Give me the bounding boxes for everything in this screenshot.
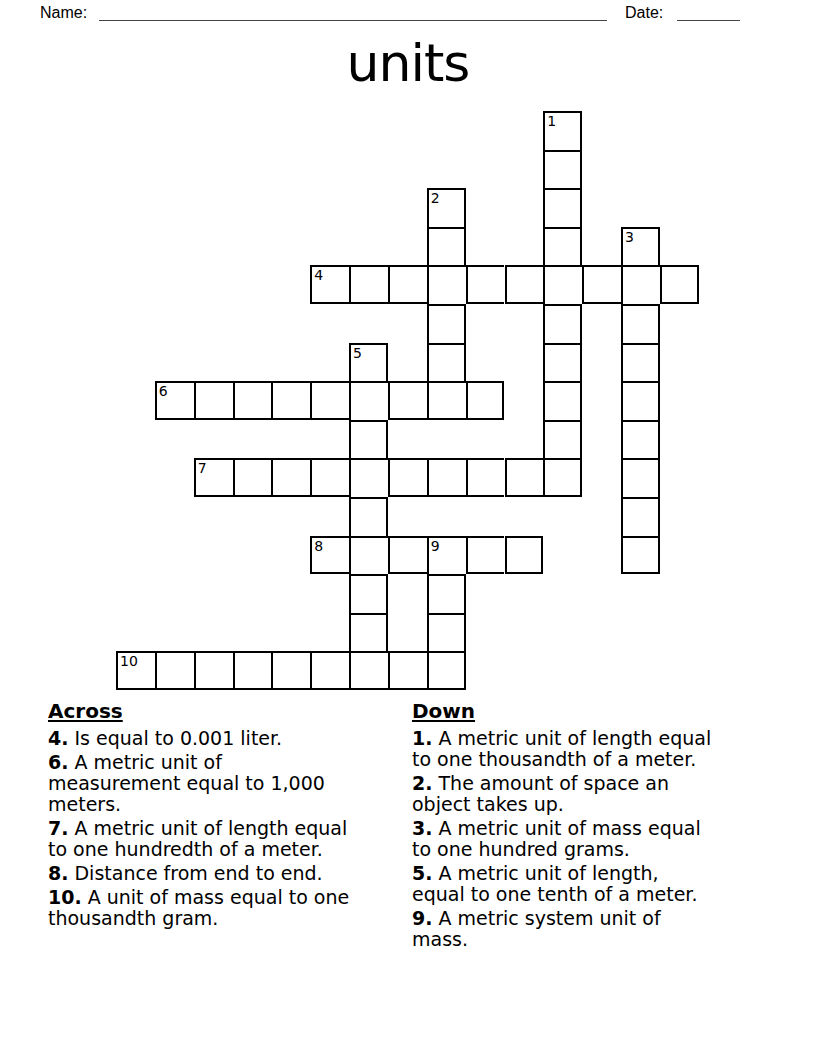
grid-cell[interactable]	[310, 381, 349, 420]
grid-cell[interactable]: 10	[116, 651, 155, 690]
clue-text-line: 10. A unit of mass equal to one	[48, 887, 393, 908]
grid-cell[interactable]	[621, 420, 660, 459]
grid-cell[interactable]	[310, 458, 349, 497]
down-clues-section: Down 1. A metric unit of length equalto …	[412, 700, 757, 953]
clue-text-line: 8. Distance from end to end.	[48, 863, 393, 884]
grid-cell[interactable]	[582, 265, 621, 304]
grid-cell[interactable]	[349, 574, 388, 613]
grid-cell[interactable]	[388, 651, 427, 690]
grid-cell[interactable]	[388, 458, 427, 497]
clue-text-line: 7. A metric unit of length equal	[48, 818, 393, 839]
down-clue-3: 3. A metric unit of mass equalto one hun…	[412, 818, 757, 860]
puzzle-title: units	[0, 33, 816, 93]
grid-cell[interactable]	[194, 381, 233, 420]
clue-text-line: mass.	[412, 929, 757, 950]
grid-cell[interactable]	[349, 536, 388, 575]
grid-cell[interactable]	[427, 613, 466, 652]
grid-cell[interactable]	[427, 651, 466, 690]
grid-cell[interactable]	[194, 651, 233, 690]
down-heading: Down	[412, 700, 475, 722]
down-clue-2: 2. The amount of space anobject takes up…	[412, 773, 757, 815]
grid-cell[interactable]	[543, 227, 582, 266]
grid-cell[interactable]	[233, 651, 272, 690]
grid-cell[interactable]	[621, 343, 660, 382]
grid-cell[interactable]	[427, 458, 466, 497]
clue-number-label: 10.	[48, 886, 82, 908]
grid-cell[interactable]: 1	[543, 111, 582, 150]
clue-text-line: thousandth gram.	[48, 908, 393, 929]
grid-cell[interactable]	[349, 265, 388, 304]
grid-cell[interactable]	[543, 420, 582, 459]
clue-number-label: 8.	[48, 862, 68, 884]
grid-cell[interactable]	[505, 536, 544, 575]
across-clue-7: 7. A metric unit of length equalto one h…	[48, 818, 393, 860]
grid-cell[interactable]	[271, 458, 310, 497]
across-clue-8: 8. Distance from end to end.	[48, 863, 393, 884]
down-clue-5: 5. A metric unit of length,equal to one …	[412, 863, 757, 905]
across-clues-section: Across 4. Is equal to 0.001 liter.6. A m…	[48, 700, 393, 932]
clue-number: 7	[198, 460, 207, 476]
clue-number: 2	[431, 190, 440, 206]
down-clue-list: 1. A metric unit of length equalto one t…	[412, 728, 757, 950]
clue-number: 3	[625, 229, 634, 245]
grid-cell[interactable]	[233, 381, 272, 420]
grid-cell[interactable]: 3	[621, 227, 660, 266]
clue-text-line: 2. The amount of space an	[412, 773, 757, 794]
clue-text-line: 1. A metric unit of length equal	[412, 728, 757, 749]
clue-text-line: 3. A metric unit of mass equal	[412, 818, 757, 839]
grid-cell[interactable]	[349, 458, 388, 497]
across-clue-10: 10. A unit of mass equal to onethousandt…	[48, 887, 393, 929]
clue-number: 10	[120, 653, 138, 669]
clue-number-label: 1.	[412, 727, 432, 749]
grid-cell[interactable]	[349, 651, 388, 690]
grid-cell[interactable]	[543, 304, 582, 343]
grid-cell[interactable]	[388, 536, 427, 575]
grid-cell[interactable]	[427, 381, 466, 420]
grid-cell[interactable]	[466, 458, 505, 497]
grid-cell[interactable]	[427, 227, 466, 266]
clue-number-label: 2.	[412, 772, 432, 794]
clue-text-line: object takes up.	[412, 794, 757, 815]
grid-cell[interactable]	[466, 265, 505, 304]
grid-cell[interactable]: 7	[194, 458, 233, 497]
grid-cell[interactable]: 6	[155, 381, 194, 420]
clue-number-label: 9.	[412, 907, 432, 929]
grid-cell[interactable]	[427, 343, 466, 382]
clue-number: 4	[314, 267, 323, 283]
grid-cell[interactable]	[388, 265, 427, 304]
grid-cell[interactable]	[466, 381, 505, 420]
clue-text-line: meters.	[48, 794, 393, 815]
grid-cell[interactable]	[621, 458, 660, 497]
grid-cell[interactable]	[155, 651, 194, 690]
clue-text-line: measurement equal to 1,000	[48, 773, 393, 794]
grid-cell[interactable]	[349, 613, 388, 652]
clue-text-line: 6. A metric unit of	[48, 752, 393, 773]
grid-cell[interactable]	[271, 381, 310, 420]
grid-cell[interactable]: 5	[349, 343, 388, 382]
grid-cell[interactable]	[621, 497, 660, 536]
clue-number: 1	[547, 113, 556, 129]
grid-cell[interactable]: 8	[310, 536, 349, 575]
grid-cell[interactable]	[349, 497, 388, 536]
clue-text-line: 9. A metric system unit of	[412, 908, 757, 929]
clue-number: 6	[159, 383, 168, 399]
grid-cell[interactable]	[427, 304, 466, 343]
grid-cell[interactable]	[543, 381, 582, 420]
grid-cell[interactable]	[543, 265, 582, 304]
grid-cell[interactable]: 2	[427, 188, 466, 227]
grid-cell[interactable]	[505, 265, 544, 304]
grid-cell[interactable]	[543, 188, 582, 227]
grid-cell[interactable]	[271, 651, 310, 690]
grid-cell[interactable]	[621, 304, 660, 343]
clue-number-label: 7.	[48, 817, 68, 839]
grid-cell[interactable]	[543, 343, 582, 382]
grid-cell[interactable]: 9	[427, 536, 466, 575]
grid-cell[interactable]	[621, 265, 660, 304]
crossword-grid[interactable]: 12345678910	[116, 111, 699, 691]
grid-cell[interactable]	[505, 458, 544, 497]
grid-cell[interactable]	[349, 381, 388, 420]
name-label: Name:	[40, 4, 87, 22]
across-clue-4: 4. Is equal to 0.001 liter.	[48, 728, 393, 749]
grid-cell[interactable]	[349, 420, 388, 459]
clue-text-line: to one thousandth of a meter.	[412, 749, 757, 770]
across-heading: Across	[48, 700, 123, 722]
clue-text-line: to one hundred grams.	[412, 839, 757, 860]
down-clue-9: 9. A metric system unit ofmass.	[412, 908, 757, 950]
grid-cell[interactable]	[543, 150, 582, 189]
clue-number-label: 3.	[412, 817, 432, 839]
clue-number-label: 6.	[48, 751, 68, 773]
name-blank-line[interactable]	[99, 0, 607, 21]
clue-text-line: to one hundredth of a meter.	[48, 839, 393, 860]
date-label: Date:	[625, 4, 663, 22]
clue-number: 5	[353, 345, 362, 361]
clue-text-line: equal to one tenth of a meter.	[412, 884, 757, 905]
grid-cell[interactable]	[621, 536, 660, 575]
grid-cell[interactable]: 4	[310, 265, 349, 304]
grid-cell[interactable]	[621, 381, 660, 420]
grid-cell[interactable]	[466, 536, 505, 575]
grid-cell[interactable]	[660, 265, 699, 304]
grid-cell[interactable]	[543, 458, 582, 497]
down-clue-1: 1. A metric unit of length equalto one t…	[412, 728, 757, 770]
grid-cell[interactable]	[427, 574, 466, 613]
date-blank-line[interactable]	[677, 0, 740, 21]
clue-number: 9	[431, 538, 440, 554]
across-clue-list: 4. Is equal to 0.001 liter.6. A metric u…	[48, 728, 393, 929]
across-clue-6: 6. A metric unit ofmeasurement equal to …	[48, 752, 393, 815]
grid-cell[interactable]	[310, 651, 349, 690]
grid-cell[interactable]	[388, 381, 427, 420]
grid-cell[interactable]	[233, 458, 272, 497]
clue-number-label: 5.	[412, 862, 432, 884]
grid-cell[interactable]	[427, 265, 466, 304]
clue-number: 8	[314, 538, 323, 554]
clue-text-line: 5. A metric unit of length,	[412, 863, 757, 884]
clue-text-line: 4. Is equal to 0.001 liter.	[48, 728, 393, 749]
clue-number-label: 4.	[48, 727, 68, 749]
